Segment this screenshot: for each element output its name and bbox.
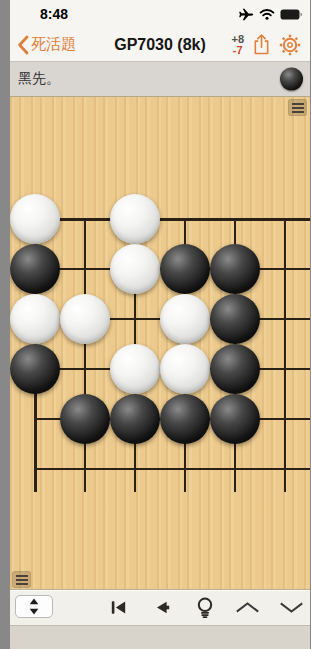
back-arrow-icon [154,601,170,614]
black-stone[interactable] [210,344,260,394]
nav-bar: 死活題 GP7030 (8k) +8 -7 [10,28,310,62]
problem-instruction-bar: 黑先。 [10,62,310,97]
go-board[interactable] [10,97,310,589]
battery-icon [280,9,303,20]
grid-line-vertical [284,218,286,493]
up-down-arrows-icon [29,598,39,615]
white-stone[interactable] [10,194,60,244]
chevron-up-icon [235,602,260,613]
chevron-down-icon [279,602,304,613]
nav-right-cluster: +8 -7 [231,28,301,61]
grid-line-horizontal [34,468,311,470]
app-screen: 8:48 死活題 GP [10,0,310,649]
hint-button[interactable] [188,593,222,622]
black-stone[interactable] [110,394,160,444]
settings-gear-icon [279,34,301,56]
white-stone[interactable] [160,294,210,344]
score-counter: +8 -7 [231,34,244,56]
instruction-text: 黑先。 [10,70,60,88]
score-plus: +8 [231,34,244,45]
score-minus: -7 [233,45,243,56]
share-icon [252,33,271,56]
white-stone[interactable] [10,294,60,344]
skip-to-start-button[interactable] [101,593,135,622]
black-stone[interactable] [10,344,60,394]
previous-variation-button[interactable] [230,593,264,622]
status-icons [239,7,310,22]
bottom-strip [10,625,310,649]
clock: 8:48 [10,6,68,22]
undo-move-button[interactable] [145,593,179,622]
black-stone[interactable] [210,394,260,444]
board-menu-grip-bottom-left[interactable] [12,571,31,588]
airplane-mode-icon [239,7,254,22]
black-stone[interactable] [210,294,260,344]
board-menu-grip-top-right[interactable] [288,99,307,116]
move-stepper-button[interactable] [15,595,53,618]
back-button[interactable]: 死活題 [17,28,76,61]
settings-button[interactable] [279,34,301,56]
white-stone[interactable] [110,244,160,294]
to-play-stone-indicator [280,68,303,91]
black-stone[interactable] [10,244,60,294]
problem-title: GP7030 (8k) [114,28,206,61]
grid-line-horizontal [34,218,311,221]
black-stone[interactable] [210,244,260,294]
white-stone[interactable] [160,344,210,394]
next-variation-button[interactable] [274,593,308,622]
white-stone[interactable] [110,344,160,394]
share-button[interactable] [252,33,271,56]
back-chevron-icon [17,35,29,55]
black-stone[interactable] [160,394,210,444]
toolbar [10,589,310,625]
white-stone[interactable] [110,194,160,244]
black-stone[interactable] [60,394,110,444]
white-stone[interactable] [60,294,110,344]
lightbulb-icon [196,597,214,619]
back-button-label: 死活題 [31,35,76,54]
wifi-icon [259,8,275,20]
grid-line-vertical [84,218,86,493]
skip-to-start-icon [110,600,127,615]
black-stone[interactable] [160,244,210,294]
status-bar: 8:48 [10,0,310,28]
